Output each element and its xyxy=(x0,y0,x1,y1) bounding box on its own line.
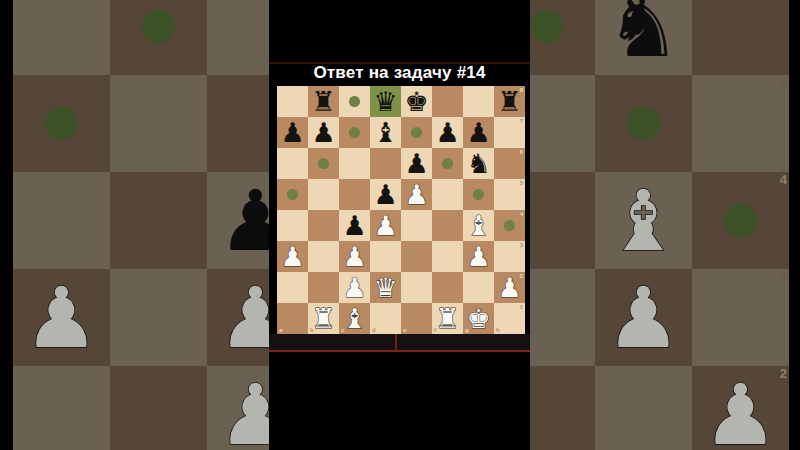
square-b6 xyxy=(110,0,207,75)
square-a3: ♟ xyxy=(13,269,110,366)
piece-white-queen: ♛ xyxy=(370,272,401,303)
square-e1[interactable]: e xyxy=(401,303,432,334)
file-label-e: e xyxy=(403,327,406,333)
piece-black-rook: ♜ xyxy=(308,86,339,117)
square-e3[interactable] xyxy=(401,241,432,272)
square-a5 xyxy=(13,75,110,172)
rank-label-5: 5 xyxy=(520,180,523,186)
square-g4[interactable]: ♝ xyxy=(463,210,494,241)
square-f4[interactable] xyxy=(432,210,463,241)
file-label-b: b xyxy=(310,327,314,333)
square-h4: 4 xyxy=(692,172,789,269)
move-hint-e7 xyxy=(411,127,422,138)
square-f5[interactable] xyxy=(432,179,463,210)
square-d6[interactable] xyxy=(370,148,401,179)
square-h4[interactable]: 4 xyxy=(494,210,525,241)
video-column: Ответ на задачу #14 ♜♛♚♜8♟♟♝♟♟7♟♞6♟♟5♟♟♝… xyxy=(269,0,530,450)
square-a7[interactable]: ♟ xyxy=(277,117,308,148)
move-hint-g5 xyxy=(627,107,660,140)
square-h2[interactable]: ♟2 xyxy=(494,272,525,303)
square-h7[interactable]: 7 xyxy=(494,117,525,148)
piece-black-pawn: ♟ xyxy=(277,117,308,148)
square-e8[interactable]: ♚ xyxy=(401,86,432,117)
square-d8[interactable]: ♛ xyxy=(370,86,401,117)
square-e2[interactable] xyxy=(401,272,432,303)
piece-black-pawn: ♟ xyxy=(463,117,494,148)
move-hint-a5 xyxy=(45,107,78,140)
square-a6 xyxy=(13,0,110,75)
square-d1[interactable]: d xyxy=(370,303,401,334)
piece-white-pawn: ♟ xyxy=(692,366,789,450)
square-g6: ♞ xyxy=(595,0,692,75)
square-g1[interactable]: ♚g xyxy=(463,303,494,334)
square-b5[interactable] xyxy=(308,179,339,210)
rank-label-7: 7 xyxy=(520,118,523,124)
move-hint-b6 xyxy=(318,158,329,169)
square-c4[interactable]: ♟ xyxy=(339,210,370,241)
square-b2 xyxy=(110,366,207,450)
square-f8[interactable] xyxy=(432,86,463,117)
square-b3[interactable] xyxy=(308,241,339,272)
square-d7[interactable]: ♝ xyxy=(370,117,401,148)
square-g6[interactable]: ♞ xyxy=(463,148,494,179)
square-c5[interactable] xyxy=(339,179,370,210)
square-a4[interactable] xyxy=(277,210,308,241)
square-g7[interactable]: ♟ xyxy=(463,117,494,148)
rank-label-5: 5 xyxy=(780,76,787,89)
piece-white-pawn: ♟ xyxy=(401,179,432,210)
square-g2 xyxy=(595,366,692,450)
file-label-g: g xyxy=(465,327,469,333)
square-d4[interactable]: ♟ xyxy=(370,210,401,241)
piece-white-pawn: ♟ xyxy=(370,210,401,241)
move-hint-c8 xyxy=(349,96,360,107)
square-a2[interactable] xyxy=(277,272,308,303)
piece-white-pawn: ♟ xyxy=(463,241,494,272)
rank-label-4: 4 xyxy=(780,173,787,186)
rank-label-3: 3 xyxy=(780,270,787,283)
chess-board: ♜♛♚♜8♟♟♝♟♟7♟♞6♟♟5♟♟♝4♟♟♟3♟♛♟2a♜b♝cde♜f♚g… xyxy=(277,86,525,334)
square-h2: ♟2 xyxy=(692,366,789,450)
square-b2[interactable] xyxy=(308,272,339,303)
piece-white-bishop: ♝ xyxy=(463,210,494,241)
square-h1[interactable]: 1h xyxy=(494,303,525,334)
square-g5 xyxy=(595,75,692,172)
file-label-c: c xyxy=(341,327,344,333)
piece-white-pawn: ♟ xyxy=(277,241,308,272)
square-b5 xyxy=(110,75,207,172)
square-b8[interactable]: ♜ xyxy=(308,86,339,117)
square-b3 xyxy=(110,269,207,366)
square-g3: ♟ xyxy=(595,269,692,366)
square-d3[interactable] xyxy=(370,241,401,272)
square-e4[interactable] xyxy=(401,210,432,241)
square-a8[interactable] xyxy=(277,86,308,117)
square-f3[interactable] xyxy=(432,241,463,272)
piece-black-pawn: ♟ xyxy=(308,117,339,148)
square-f1[interactable]: ♜f xyxy=(432,303,463,334)
square-f6[interactable] xyxy=(432,148,463,179)
square-a5[interactable] xyxy=(277,179,308,210)
square-b4 xyxy=(110,172,207,269)
move-hint-f6 xyxy=(530,10,563,43)
square-d2[interactable]: ♛ xyxy=(370,272,401,303)
piece-white-pawn: ♟ xyxy=(595,269,692,366)
move-hint-a5 xyxy=(287,189,298,200)
screenshot-root: ♜♛♚♜8♟♟♝♟♟7♟♞6♟♟5♟♟♝4♟♟♟3♟♛♟2♜♝♜♚1 Ответ… xyxy=(0,0,800,450)
piece-white-pawn: ♟ xyxy=(13,269,110,366)
piece-white-pawn: ♟ xyxy=(339,241,370,272)
square-b1[interactable]: ♜b xyxy=(308,303,339,334)
square-b6[interactable] xyxy=(308,148,339,179)
piece-black-queen: ♛ xyxy=(370,86,401,117)
file-label-h: h xyxy=(496,327,500,333)
square-a1[interactable]: a xyxy=(277,303,308,334)
square-g8[interactable] xyxy=(463,86,494,117)
piece-black-pawn: ♟ xyxy=(370,179,401,210)
piece-black-knight: ♞ xyxy=(595,0,692,75)
square-c7[interactable] xyxy=(339,117,370,148)
square-g3[interactable]: ♟ xyxy=(463,241,494,272)
rank-label-3: 3 xyxy=(520,242,523,248)
video-title: Ответ на задачу #14 xyxy=(269,62,530,83)
rank-label-2: 2 xyxy=(520,273,523,279)
piece-black-bishop: ♝ xyxy=(370,117,401,148)
piece-black-pawn: ♟ xyxy=(339,210,370,241)
move-hint-g5 xyxy=(473,189,484,200)
square-e6[interactable]: ♟ xyxy=(401,148,432,179)
piece-black-knight: ♞ xyxy=(463,148,494,179)
rank-label-4: 4 xyxy=(520,211,523,217)
square-h5: 5 xyxy=(692,75,789,172)
square-e7[interactable] xyxy=(401,117,432,148)
square-g5[interactable] xyxy=(463,179,494,210)
piece-black-pawn: ♟ xyxy=(401,148,432,179)
square-a6[interactable] xyxy=(277,148,308,179)
piece-black-pawn: ♟ xyxy=(432,117,463,148)
piece-white-bishop: ♝ xyxy=(595,172,692,269)
rank-label-1: 1 xyxy=(520,304,523,310)
file-label-a: a xyxy=(279,327,282,333)
square-a4 xyxy=(13,172,110,269)
move-hint-b6 xyxy=(142,10,175,43)
square-h5[interactable]: 5 xyxy=(494,179,525,210)
square-b4[interactable] xyxy=(308,210,339,241)
square-f2[interactable] xyxy=(432,272,463,303)
move-hint-h4 xyxy=(724,204,757,237)
square-d5[interactable]: ♟ xyxy=(370,179,401,210)
square-h8[interactable]: ♜8 xyxy=(494,86,525,117)
piece-white-rook: ♜ xyxy=(432,303,463,334)
square-g4: ♝ xyxy=(595,172,692,269)
piece-white-pawn: ♟ xyxy=(339,272,370,303)
square-c1[interactable]: ♝c xyxy=(339,303,370,334)
move-hint-f6 xyxy=(442,158,453,169)
square-g2[interactable] xyxy=(463,272,494,303)
square-a3[interactable]: ♟ xyxy=(277,241,308,272)
file-label-d: d xyxy=(372,327,376,333)
move-hint-c7 xyxy=(349,127,360,138)
square-e5[interactable]: ♟ xyxy=(401,179,432,210)
piece-black-king: ♚ xyxy=(401,86,432,117)
file-label-f: f xyxy=(434,327,436,333)
square-a2 xyxy=(13,366,110,450)
square-h3[interactable]: 3 xyxy=(494,241,525,272)
square-b7[interactable]: ♟ xyxy=(308,117,339,148)
rank-label-2: 2 xyxy=(780,367,787,380)
rank-label-8: 8 xyxy=(520,87,523,93)
square-c8[interactable] xyxy=(339,86,370,117)
rank-label-6: 6 xyxy=(520,149,523,155)
square-c3[interactable]: ♟ xyxy=(339,241,370,272)
square-c2[interactable]: ♟ xyxy=(339,272,370,303)
square-h6: 6 xyxy=(692,0,789,75)
app-frame-bottom-line xyxy=(269,350,530,352)
square-c6[interactable] xyxy=(339,148,370,179)
move-hint-h4 xyxy=(504,220,515,231)
square-f7[interactable]: ♟ xyxy=(432,117,463,148)
square-h6[interactable]: 6 xyxy=(494,148,525,179)
square-h3: 3 xyxy=(692,269,789,366)
